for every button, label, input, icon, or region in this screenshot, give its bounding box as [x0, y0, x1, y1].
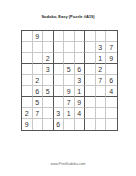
cell-r5c8: 7 [96, 75, 107, 86]
cell-r6c8 [96, 86, 107, 97]
cell-r2c4 [54, 42, 65, 53]
cell-r9c8 [96, 119, 107, 130]
cell-r4c4 [54, 64, 65, 75]
cell-r1c1 [22, 31, 33, 42]
cell-r3c7 [85, 53, 96, 64]
cell-r8c1: 2 [22, 108, 33, 119]
cell-r5c1 [22, 75, 33, 86]
cell-r7c2: 5 [33, 97, 44, 108]
cell-r2c9: 7 [106, 42, 117, 53]
cell-r9c6 [75, 119, 86, 130]
cell-r5c2: 2 [33, 75, 44, 86]
cell-r5c9: 6 [106, 75, 117, 86]
cell-r5c6: 3 [75, 75, 86, 86]
cell-r8c4: 3 [54, 108, 65, 119]
cell-r9c1: 9 [22, 119, 33, 130]
puzzle-title: Sudoku, Easy (Puzzle #A19) [0, 14, 136, 19]
cell-r4c7 [85, 64, 96, 75]
cell-r9c7 [85, 119, 96, 130]
cell-r4c9 [106, 64, 117, 75]
cell-r8c3 [43, 108, 54, 119]
cell-r6c3: 5 [43, 86, 54, 97]
cell-r7c3 [43, 97, 54, 108]
sudoku-grid: 93721935622376659145792731496 [21, 30, 118, 131]
cell-r1c7 [85, 31, 96, 42]
cell-r2c1 [22, 42, 33, 53]
cell-r4c5: 5 [64, 64, 75, 75]
cell-r1c2: 9 [33, 31, 44, 42]
cell-r7c7 [85, 97, 96, 108]
cell-r7c1 [22, 97, 33, 108]
cell-r6c2: 6 [33, 86, 44, 97]
cell-r3c8: 1 [96, 53, 107, 64]
footer-url: www.PrintSudoku.com [0, 162, 136, 166]
cell-r3c2 [33, 53, 44, 64]
cell-r7c6: 9 [75, 97, 86, 108]
cell-r6c7 [85, 86, 96, 97]
cell-r7c8 [96, 97, 107, 108]
cell-r6c4 [54, 86, 65, 97]
cell-r5c3 [43, 75, 54, 86]
cell-r5c7 [85, 75, 96, 86]
cell-r8c6: 4 [75, 108, 86, 119]
cell-r4c3: 3 [43, 64, 54, 75]
cell-r9c9 [106, 119, 117, 130]
cell-r1c9 [106, 31, 117, 42]
cell-r3c1 [22, 53, 33, 64]
cell-r7c4 [54, 97, 65, 108]
cell-r5c4 [54, 75, 65, 86]
cell-r6c9: 4 [106, 86, 117, 97]
cell-r8c5: 1 [64, 108, 75, 119]
cell-r1c5 [64, 31, 75, 42]
cell-r4c6: 6 [75, 64, 86, 75]
cell-r9c2 [33, 119, 44, 130]
cell-r7c5: 7 [64, 97, 75, 108]
cell-r4c2 [33, 64, 44, 75]
cell-r6c1 [22, 86, 33, 97]
cell-r9c3 [43, 119, 54, 130]
cell-r2c2 [33, 42, 44, 53]
cell-r3c4 [54, 53, 65, 64]
cell-r6c6: 1 [75, 86, 86, 97]
cell-r4c1 [22, 64, 33, 75]
cell-r1c3 [43, 31, 54, 42]
cell-r1c4 [54, 31, 65, 42]
cell-r5c5 [64, 75, 75, 86]
cell-r3c6 [75, 53, 86, 64]
cell-r2c6 [75, 42, 86, 53]
cell-r1c8 [96, 31, 107, 42]
cell-r9c5 [64, 119, 75, 130]
cell-r1c6 [75, 31, 86, 42]
cell-r8c8 [96, 108, 107, 119]
cell-r8c2: 7 [33, 108, 44, 119]
cell-r6c5: 9 [64, 86, 75, 97]
cell-r3c9: 9 [106, 53, 117, 64]
cell-r3c3: 2 [43, 53, 54, 64]
cell-r8c9 [106, 108, 117, 119]
cell-r9c4: 6 [54, 119, 65, 130]
cell-r8c7 [85, 108, 96, 119]
cell-r2c5 [64, 42, 75, 53]
cell-r4c8: 2 [96, 64, 107, 75]
cell-r3c5 [64, 53, 75, 64]
cell-r2c3 [43, 42, 54, 53]
cell-r2c8: 3 [96, 42, 107, 53]
cell-r2c7 [85, 42, 96, 53]
sudoku-page: Sudoku, Easy (Puzzle #A19) 9372193562237… [0, 0, 136, 176]
cell-r7c9 [106, 97, 117, 108]
